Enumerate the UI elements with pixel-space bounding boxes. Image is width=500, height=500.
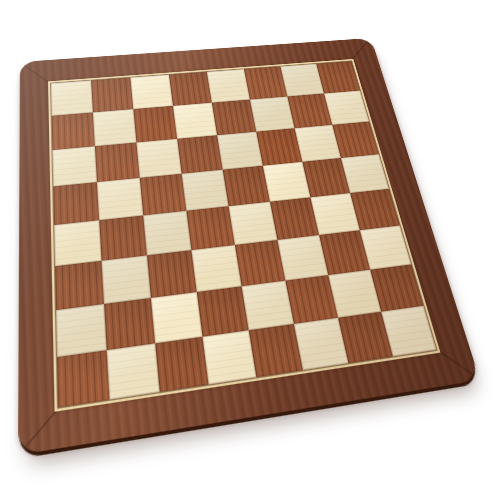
square-c1 — [155, 337, 208, 392]
square-e8 — [207, 69, 250, 103]
square-c3 — [147, 250, 197, 298]
board-grid — [51, 61, 436, 407]
square-c4 — [143, 211, 191, 256]
square-d3 — [191, 245, 241, 292]
square-h5 — [341, 154, 389, 193]
square-d6 — [177, 135, 223, 174]
square-b2 — [104, 298, 155, 350]
square-f5 — [263, 162, 311, 202]
square-e3 — [235, 240, 286, 286]
square-c8 — [130, 75, 173, 109]
square-a6 — [52, 146, 97, 186]
square-e6 — [217, 132, 263, 170]
square-c6 — [136, 139, 181, 178]
square-b1 — [107, 343, 160, 399]
square-b6 — [95, 142, 140, 182]
square-e5 — [223, 166, 270, 207]
square-e4 — [229, 202, 278, 245]
frame-mitre-seam — [23, 407, 59, 450]
square-b7 — [93, 109, 137, 146]
square-a5 — [53, 182, 99, 225]
square-d1 — [202, 330, 256, 384]
square-e7 — [212, 100, 256, 136]
square-a8 — [51, 80, 93, 115]
square-c5 — [140, 174, 187, 216]
playing-area — [48, 59, 440, 412]
square-a7 — [52, 112, 95, 150]
square-b8 — [91, 78, 133, 113]
square-g7 — [287, 93, 332, 128]
square-c7 — [133, 106, 177, 143]
square-a3 — [55, 261, 104, 310]
product-photo-background — [0, 0, 500, 500]
square-g8 — [280, 64, 324, 97]
square-a4 — [54, 220, 101, 266]
frame-mitre-seam — [436, 349, 475, 376]
frame-mitre-seam — [23, 65, 51, 85]
square-d7 — [173, 103, 217, 139]
square-d2 — [197, 286, 249, 336]
square-a1 — [57, 350, 110, 407]
square-d5 — [182, 170, 229, 211]
chessboard — [18, 38, 480, 455]
square-c2 — [151, 292, 203, 343]
square-d8 — [169, 72, 212, 106]
square-b5 — [97, 178, 143, 220]
square-h3 — [360, 226, 411, 270]
square-d4 — [186, 206, 235, 250]
square-a2 — [56, 304, 107, 357]
square-b3 — [102, 255, 151, 304]
square-f6 — [256, 128, 302, 165]
square-b4 — [99, 215, 147, 260]
square-h6 — [332, 122, 379, 158]
